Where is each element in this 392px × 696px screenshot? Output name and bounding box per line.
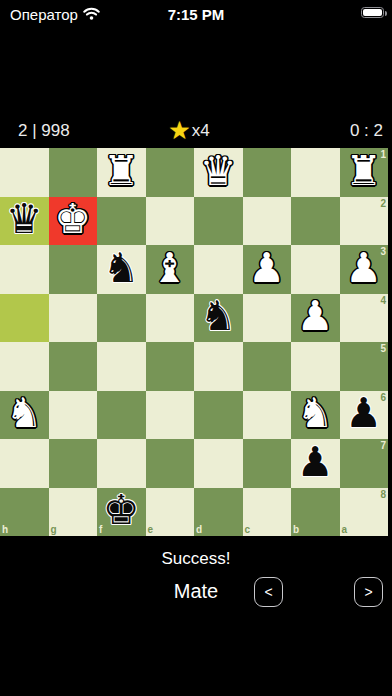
white-rook-f1: ♜ <box>103 151 140 192</box>
square-g1[interactable] <box>49 148 98 197</box>
square-c3[interactable]: ♟ <box>243 245 292 294</box>
white-bishop-e3: ♝ <box>151 248 188 289</box>
square-e3[interactable]: ♝ <box>146 245 195 294</box>
square-a6[interactable]: 6♟ <box>340 391 389 440</box>
star-multiplier: ★ x4 <box>168 118 209 143</box>
rank-label-5: 5 <box>380 344 386 354</box>
file-label-b: b <box>293 525 299 535</box>
footer-controls: Mate < > <box>0 577 392 608</box>
white-knight-h6: ♞ <box>6 393 43 434</box>
rank-label-3: 3 <box>380 247 386 257</box>
square-c4[interactable] <box>243 294 292 343</box>
square-c6[interactable] <box>243 391 292 440</box>
square-h5[interactable] <box>0 342 49 391</box>
status-bar: Оператор 7:15 PM <box>0 0 392 40</box>
square-b8[interactable]: b <box>291 488 340 537</box>
white-pawn-b4: ♟ <box>297 296 334 337</box>
square-e5[interactable] <box>146 342 195 391</box>
square-h8[interactable]: h <box>0 488 49 537</box>
square-b3[interactable] <box>291 245 340 294</box>
square-c1[interactable] <box>243 148 292 197</box>
square-f1[interactable]: ♜ <box>97 148 146 197</box>
square-d8[interactable]: d <box>194 488 243 537</box>
black-knight-d4: ♞ <box>200 296 237 337</box>
file-label-c: c <box>245 525 251 535</box>
square-b4[interactable]: ♟ <box>291 294 340 343</box>
square-d5[interactable] <box>194 342 243 391</box>
square-e7[interactable] <box>146 439 195 488</box>
square-c2[interactable] <box>243 197 292 246</box>
rank-label-1: 1 <box>380 150 386 160</box>
square-e2[interactable] <box>146 197 195 246</box>
rank-label-8: 8 <box>380 490 386 500</box>
square-h4[interactable] <box>0 294 49 343</box>
square-c8[interactable]: c <box>243 488 292 537</box>
square-b7[interactable]: ♟ <box>291 439 340 488</box>
square-b2[interactable] <box>291 197 340 246</box>
square-c5[interactable] <box>243 342 292 391</box>
status-left: Оператор <box>10 6 100 23</box>
square-d1[interactable]: ♛ <box>194 148 243 197</box>
file-label-a: a <box>342 525 348 535</box>
white-rook-a1: ♜ <box>345 151 382 192</box>
file-label-h: h <box>2 525 8 535</box>
score-bar: 2 | 998 ★ x4 0 : 2 <box>0 113 392 148</box>
black-knight-f3: ♞ <box>103 248 140 289</box>
square-h2[interactable]: ♛ <box>0 197 49 246</box>
black-queen-h2: ♛ <box>6 199 43 240</box>
rank-label-7: 7 <box>380 441 386 451</box>
square-d2[interactable] <box>194 197 243 246</box>
square-a3[interactable]: 3♟ <box>340 245 389 294</box>
star-icon: ★ <box>168 118 190 143</box>
square-g5[interactable] <box>49 342 98 391</box>
square-h6[interactable]: ♞ <box>0 391 49 440</box>
square-b5[interactable] <box>291 342 340 391</box>
square-e1[interactable] <box>146 148 195 197</box>
status-right <box>361 7 384 18</box>
next-move-button[interactable]: > <box>354 577 383 607</box>
prev-move-button[interactable]: < <box>254 577 283 607</box>
white-queen-d1: ♛ <box>200 151 237 192</box>
square-f8[interactable]: f♚ <box>97 488 146 537</box>
rank-label-4: 4 <box>380 296 386 306</box>
square-h7[interactable] <box>0 439 49 488</box>
puzzle-score: 2 | 998 <box>18 121 70 141</box>
black-king-f8: ♚ <box>103 490 140 531</box>
carrier-label: Оператор <box>10 6 78 23</box>
square-h1[interactable] <box>0 148 49 197</box>
square-g4[interactable] <box>49 294 98 343</box>
square-g8[interactable]: g <box>49 488 98 537</box>
footer: Success! Mate < > <box>0 537 392 608</box>
black-pawn-a6: ♟ <box>345 393 382 434</box>
square-h3[interactable] <box>0 245 49 294</box>
file-label-e: e <box>148 525 154 535</box>
square-g7[interactable] <box>49 439 98 488</box>
square-g3[interactable] <box>49 245 98 294</box>
chess-board: ♜♛1♜♛♚2♞♝♟3♟♞♟45♞♞6♟♟7hgf♚edcb8a <box>0 148 388 536</box>
square-g2[interactable]: ♚ <box>49 197 98 246</box>
square-a8[interactable]: 8a <box>340 488 389 537</box>
square-b6[interactable]: ♞ <box>291 391 340 440</box>
square-c7[interactable] <box>243 439 292 488</box>
square-a2[interactable]: 2 <box>340 197 389 246</box>
rank-label-2: 2 <box>380 199 386 209</box>
square-a7[interactable]: 7 <box>340 439 389 488</box>
square-f7[interactable] <box>97 439 146 488</box>
square-e4[interactable] <box>146 294 195 343</box>
file-label-g: g <box>51 525 57 535</box>
battery-fill <box>363 9 382 16</box>
clock: 7:15 PM <box>168 6 225 23</box>
square-e8[interactable]: e <box>146 488 195 537</box>
white-knight-b6: ♞ <box>297 393 334 434</box>
square-f2[interactable] <box>97 197 146 246</box>
white-king-g2: ♚ <box>54 199 91 240</box>
white-pawn-c3: ♟ <box>248 248 285 289</box>
square-f3[interactable]: ♞ <box>97 245 146 294</box>
rank-label-6: 6 <box>380 393 386 403</box>
square-e6[interactable] <box>146 391 195 440</box>
square-d6[interactable] <box>194 391 243 440</box>
battery-icon <box>361 7 384 18</box>
multiplier-label: x4 <box>192 121 210 141</box>
square-f5[interactable] <box>97 342 146 391</box>
success-message: Success! <box>0 549 392 569</box>
white-pawn-a3: ♟ <box>345 248 382 289</box>
square-f4[interactable] <box>97 294 146 343</box>
timer-label: 0 : 2 <box>350 121 383 141</box>
square-d7[interactable] <box>194 439 243 488</box>
file-label-d: d <box>196 525 202 535</box>
square-a1[interactable]: 1♜ <box>340 148 389 197</box>
square-f6[interactable] <box>97 391 146 440</box>
square-a5[interactable]: 5 <box>340 342 389 391</box>
result-label: Mate <box>174 580 218 603</box>
wifi-icon <box>83 6 100 23</box>
black-pawn-b7: ♟ <box>297 442 334 483</box>
square-d4[interactable]: ♞ <box>194 294 243 343</box>
square-g6[interactable] <box>49 391 98 440</box>
square-b1[interactable] <box>291 148 340 197</box>
square-d3[interactable] <box>194 245 243 294</box>
app-screen: Оператор 7:15 PM 2 | 998 ★ x4 0 : 2 ♜♛1♜… <box>0 0 392 696</box>
square-a4[interactable]: 4 <box>340 294 389 343</box>
file-label-f: f <box>99 525 102 535</box>
